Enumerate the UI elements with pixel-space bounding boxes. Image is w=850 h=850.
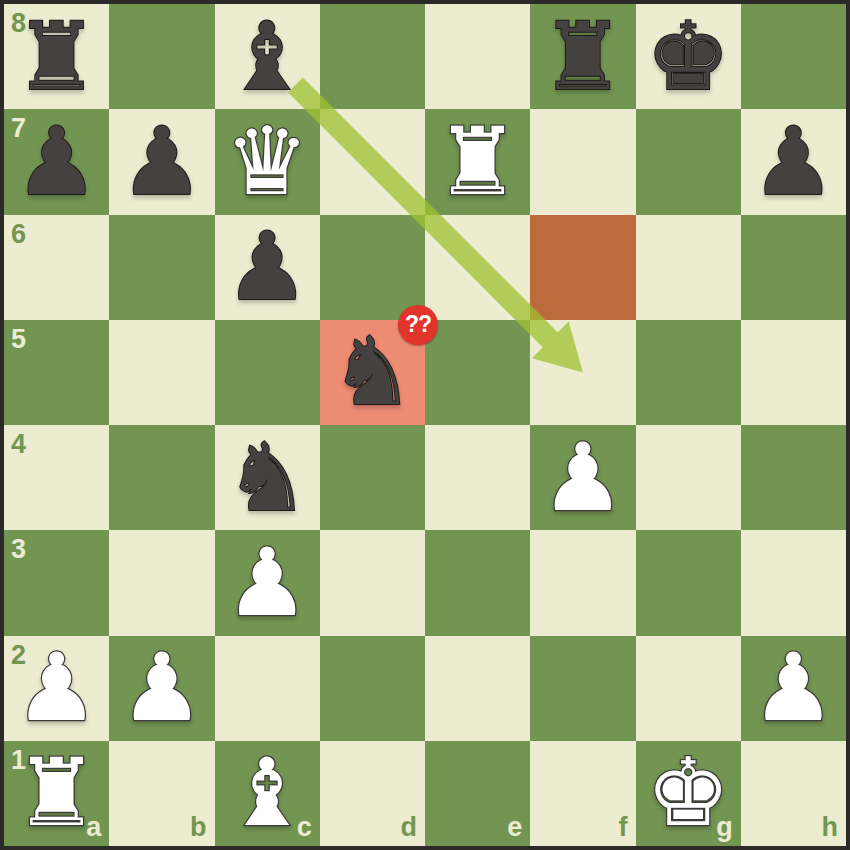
chess-board[interactable]: 8♜︎♝︎♜︎♚︎7♟︎♟︎♛︎♜︎♟︎6♟︎5♞︎4♞︎♟︎3♟︎2♟︎♟︎♟… [4, 4, 846, 846]
square-h8[interactable] [741, 4, 846, 109]
black-king-g8[interactable]: ♚︎ [636, 4, 741, 109]
black-pawn-b7[interactable]: ♟︎ [109, 109, 214, 214]
square-g4[interactable] [636, 425, 741, 530]
square-h5[interactable] [741, 320, 846, 425]
square-f8[interactable]: ♜︎ [530, 4, 635, 109]
black-rook-a8[interactable]: ♜︎ [4, 4, 109, 109]
square-c3[interactable]: ♟︎ [215, 530, 320, 635]
square-h3[interactable] [741, 530, 846, 635]
white-bishop-c1[interactable]: ♝︎ [215, 741, 320, 846]
square-g3[interactable] [636, 530, 741, 635]
white-queen-c7[interactable]: ♛︎ [215, 109, 320, 214]
square-h6[interactable] [741, 215, 846, 320]
square-c1[interactable]: c♝︎ [215, 741, 320, 846]
square-f5[interactable] [530, 320, 635, 425]
square-d4[interactable] [320, 425, 425, 530]
file-label-h: h [822, 814, 839, 841]
file-label-d: d [401, 814, 418, 841]
square-e6[interactable] [425, 215, 530, 320]
white-pawn-f4[interactable]: ♟︎ [530, 425, 635, 530]
file-label-e: e [507, 814, 522, 841]
square-e2[interactable] [425, 636, 530, 741]
square-d5[interactable]: ♞︎ [320, 320, 425, 425]
square-b1[interactable]: b [109, 741, 214, 846]
file-label-b: b [190, 814, 207, 841]
square-b7[interactable]: ♟︎ [109, 109, 214, 214]
white-pawn-b2[interactable]: ♟︎ [109, 636, 214, 741]
square-f4[interactable]: ♟︎ [530, 425, 635, 530]
square-h7[interactable]: ♟︎ [741, 109, 846, 214]
square-a5[interactable]: 5 [4, 320, 109, 425]
square-b5[interactable] [109, 320, 214, 425]
black-rook-f8[interactable]: ♜︎ [530, 4, 635, 109]
chess-board-frame: 8♜︎♝︎♜︎♚︎7♟︎♟︎♛︎♜︎♟︎6♟︎5♞︎4♞︎♟︎3♟︎2♟︎♟︎♟… [0, 0, 850, 850]
square-b2[interactable]: ♟︎ [109, 636, 214, 741]
square-g5[interactable] [636, 320, 741, 425]
black-knight-c4[interactable]: ♞︎ [215, 425, 320, 530]
square-g8[interactable]: ♚︎ [636, 4, 741, 109]
black-pawn-h7[interactable]: ♟︎ [741, 109, 846, 214]
square-c4[interactable]: ♞︎ [215, 425, 320, 530]
square-a2[interactable]: 2♟︎ [4, 636, 109, 741]
rank-label-6: 6 [11, 221, 26, 248]
square-d7[interactable] [320, 109, 425, 214]
rank-label-4: 4 [11, 431, 26, 458]
black-knight-d5[interactable]: ♞︎ [320, 320, 425, 425]
square-e1[interactable]: e [425, 741, 530, 846]
white-pawn-c3[interactable]: ♟︎ [215, 530, 320, 635]
square-h2[interactable]: ♟︎ [741, 636, 846, 741]
square-a6[interactable]: 6 [4, 215, 109, 320]
square-f7[interactable] [530, 109, 635, 214]
square-b3[interactable] [109, 530, 214, 635]
square-a7[interactable]: 7♟︎ [4, 109, 109, 214]
square-e7[interactable]: ♜︎ [425, 109, 530, 214]
square-g1[interactable]: g♚︎ [636, 741, 741, 846]
square-b8[interactable] [109, 4, 214, 109]
square-c5[interactable] [215, 320, 320, 425]
square-b6[interactable] [109, 215, 214, 320]
square-e3[interactable] [425, 530, 530, 635]
square-c8[interactable]: ♝︎ [215, 4, 320, 109]
white-pawn-a2[interactable]: ♟︎ [4, 636, 109, 741]
rank-label-5: 5 [11, 326, 26, 353]
square-d2[interactable] [320, 636, 425, 741]
square-g2[interactable] [636, 636, 741, 741]
black-pawn-a7[interactable]: ♟︎ [4, 109, 109, 214]
square-e5[interactable] [425, 320, 530, 425]
square-a3[interactable]: 3 [4, 530, 109, 635]
square-a1[interactable]: 1a♜︎ [4, 741, 109, 846]
square-d8[interactable] [320, 4, 425, 109]
square-e4[interactable] [425, 425, 530, 530]
square-c7[interactable]: ♛︎ [215, 109, 320, 214]
square-c6[interactable]: ♟︎ [215, 215, 320, 320]
square-d1[interactable]: d [320, 741, 425, 846]
square-d3[interactable] [320, 530, 425, 635]
square-a4[interactable]: 4 [4, 425, 109, 530]
square-a8[interactable]: 8♜︎ [4, 4, 109, 109]
black-bishop-c8[interactable]: ♝︎ [215, 4, 320, 109]
white-rook-a1[interactable]: ♜︎ [4, 741, 109, 846]
square-f2[interactable] [530, 636, 635, 741]
square-g6[interactable] [636, 215, 741, 320]
square-h4[interactable] [741, 425, 846, 530]
white-pawn-h2[interactable]: ♟︎ [741, 636, 846, 741]
square-f6[interactable] [530, 215, 635, 320]
square-g7[interactable] [636, 109, 741, 214]
square-d6[interactable] [320, 215, 425, 320]
square-e8[interactable] [425, 4, 530, 109]
square-b4[interactable] [109, 425, 214, 530]
white-king-g1[interactable]: ♚︎ [636, 741, 741, 846]
square-c2[interactable] [215, 636, 320, 741]
rank-label-3: 3 [11, 536, 26, 563]
square-f1[interactable]: f [530, 741, 635, 846]
square-f3[interactable] [530, 530, 635, 635]
square-h1[interactable]: h [741, 741, 846, 846]
white-rook-e7[interactable]: ♜︎ [425, 109, 530, 214]
file-label-f: f [619, 814, 628, 841]
black-pawn-c6[interactable]: ♟︎ [215, 215, 320, 320]
